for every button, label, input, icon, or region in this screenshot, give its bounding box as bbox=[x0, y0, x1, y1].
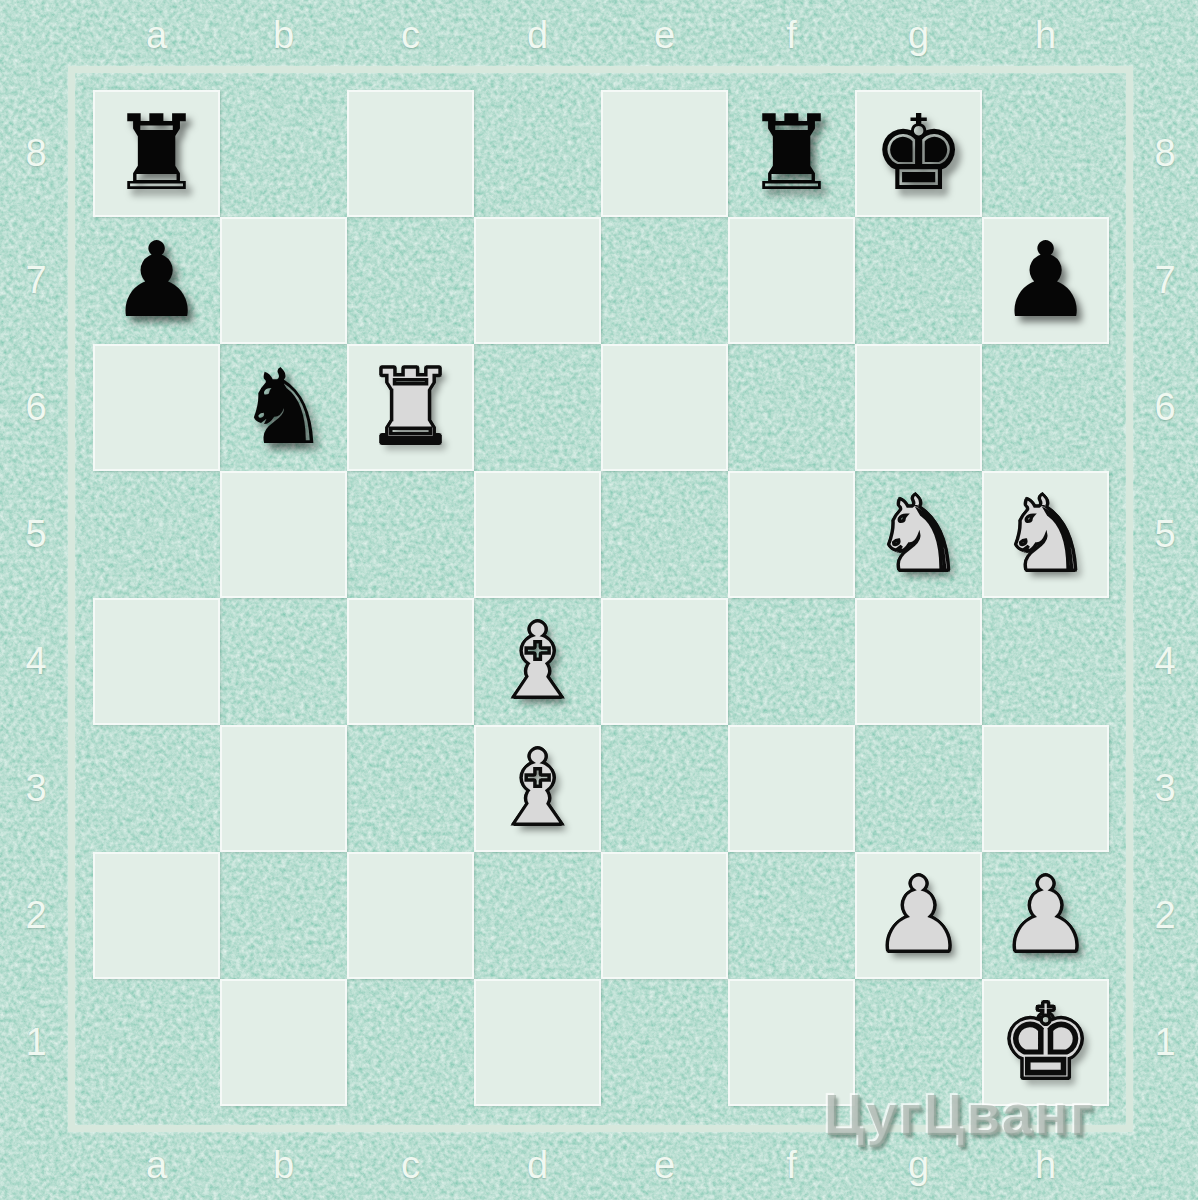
black-knight-piece: ♞ bbox=[237, 344, 330, 471]
coord-label-5: 5 bbox=[1133, 471, 1197, 598]
coord-label-6: 6 bbox=[1133, 344, 1197, 471]
white-knight-piece: ♞ bbox=[872, 471, 965, 598]
square-h4[interactable] bbox=[982, 598, 1109, 725]
square-a5[interactable] bbox=[93, 471, 220, 598]
coord-label-2: 2 bbox=[4, 852, 68, 979]
coord-label-3: 3 bbox=[4, 725, 68, 852]
square-h2[interactable]: ♟ bbox=[982, 852, 1109, 979]
board: ♜♜♚♟♟♞♜♞♞♝♝♟♟♚ bbox=[93, 90, 1109, 1106]
square-c1[interactable] bbox=[347, 979, 474, 1106]
square-e7[interactable] bbox=[601, 217, 728, 344]
coord-label-c: c bbox=[347, 1132, 474, 1198]
coord-label-5: 5 bbox=[4, 471, 68, 598]
square-g8[interactable]: ♚ bbox=[855, 90, 982, 217]
rank-labels-right: 87654321 bbox=[1133, 90, 1197, 1106]
coord-label-4: 4 bbox=[4, 598, 68, 725]
square-a2[interactable] bbox=[93, 852, 220, 979]
black-pawn-piece: ♟ bbox=[999, 217, 1092, 344]
square-b4[interactable] bbox=[220, 598, 347, 725]
square-c4[interactable] bbox=[347, 598, 474, 725]
square-f8[interactable]: ♜ bbox=[728, 90, 855, 217]
coord-label-c: c bbox=[347, 2, 474, 68]
black-rook-piece: ♜ bbox=[745, 90, 838, 217]
square-e8[interactable] bbox=[601, 90, 728, 217]
square-a8[interactable]: ♜ bbox=[93, 90, 220, 217]
chess-diagram: abcdefgh abcdefgh 87654321 87654321 ♜♜♚♟… bbox=[0, 0, 1198, 1200]
black-pawn-piece: ♟ bbox=[110, 217, 203, 344]
coord-label-6: 6 bbox=[4, 344, 68, 471]
square-c6[interactable]: ♜ bbox=[347, 344, 474, 471]
square-d5[interactable] bbox=[474, 471, 601, 598]
square-b3[interactable] bbox=[220, 725, 347, 852]
square-f4[interactable] bbox=[728, 598, 855, 725]
square-h5[interactable]: ♞ bbox=[982, 471, 1109, 598]
file-labels-top: abcdefgh bbox=[93, 2, 1109, 68]
square-h8[interactable] bbox=[982, 90, 1109, 217]
coord-label-d: d bbox=[474, 2, 601, 68]
square-e5[interactable] bbox=[601, 471, 728, 598]
square-c5[interactable] bbox=[347, 471, 474, 598]
square-a1[interactable] bbox=[93, 979, 220, 1106]
black-king-piece: ♚ bbox=[872, 90, 965, 217]
coord-label-a: a bbox=[93, 2, 220, 68]
white-rook-piece: ♜ bbox=[364, 344, 457, 471]
square-b1[interactable] bbox=[220, 979, 347, 1106]
coord-label-2: 2 bbox=[1133, 852, 1197, 979]
coord-label-a: a bbox=[93, 1132, 220, 1198]
rank-labels-left: 87654321 bbox=[4, 90, 68, 1106]
coord-label-e: e bbox=[601, 2, 728, 68]
coord-label-b: b bbox=[220, 1132, 347, 1198]
square-b8[interactable] bbox=[220, 90, 347, 217]
coord-label-4: 4 bbox=[1133, 598, 1197, 725]
square-e3[interactable] bbox=[601, 725, 728, 852]
coord-label-8: 8 bbox=[4, 90, 68, 217]
square-c3[interactable] bbox=[347, 725, 474, 852]
white-pawn-piece: ♟ bbox=[999, 852, 1092, 979]
coord-label-7: 7 bbox=[4, 217, 68, 344]
square-h7[interactable]: ♟ bbox=[982, 217, 1109, 344]
square-f2[interactable] bbox=[728, 852, 855, 979]
square-e4[interactable] bbox=[601, 598, 728, 725]
square-d4[interactable]: ♝ bbox=[474, 598, 601, 725]
square-e2[interactable] bbox=[601, 852, 728, 979]
square-g6[interactable] bbox=[855, 344, 982, 471]
square-f7[interactable] bbox=[728, 217, 855, 344]
square-g4[interactable] bbox=[855, 598, 982, 725]
coord-label-e: e bbox=[601, 1132, 728, 1198]
coord-label-f: f bbox=[728, 2, 855, 68]
coord-label-b: b bbox=[220, 2, 347, 68]
coord-label-1: 1 bbox=[4, 979, 68, 1106]
square-g3[interactable] bbox=[855, 725, 982, 852]
coord-label-8: 8 bbox=[1133, 90, 1197, 217]
square-f3[interactable] bbox=[728, 725, 855, 852]
square-f5[interactable] bbox=[728, 471, 855, 598]
square-d3[interactable]: ♝ bbox=[474, 725, 601, 852]
square-a3[interactable] bbox=[93, 725, 220, 852]
square-c2[interactable] bbox=[347, 852, 474, 979]
square-g2[interactable]: ♟ bbox=[855, 852, 982, 979]
square-d2[interactable] bbox=[474, 852, 601, 979]
coord-label-3: 3 bbox=[1133, 725, 1197, 852]
square-d6[interactable] bbox=[474, 344, 601, 471]
square-h3[interactable] bbox=[982, 725, 1109, 852]
white-pawn-piece: ♟ bbox=[872, 852, 965, 979]
coord-label-1: 1 bbox=[1133, 979, 1197, 1106]
square-a4[interactable] bbox=[93, 598, 220, 725]
square-d7[interactable] bbox=[474, 217, 601, 344]
square-b2[interactable] bbox=[220, 852, 347, 979]
coord-label-h: h bbox=[982, 2, 1109, 68]
white-bishop-piece: ♝ bbox=[491, 598, 584, 725]
watermark: ЦугЦванг bbox=[824, 1082, 1095, 1148]
square-d1[interactable] bbox=[474, 979, 601, 1106]
coord-label-7: 7 bbox=[1133, 217, 1197, 344]
square-a6[interactable] bbox=[93, 344, 220, 471]
square-b5[interactable] bbox=[220, 471, 347, 598]
square-b6[interactable]: ♞ bbox=[220, 344, 347, 471]
square-a7[interactable]: ♟ bbox=[93, 217, 220, 344]
white-knight-piece: ♞ bbox=[999, 471, 1092, 598]
coord-label-d: d bbox=[474, 1132, 601, 1198]
square-b7[interactable] bbox=[220, 217, 347, 344]
black-rook-piece: ♜ bbox=[110, 90, 203, 217]
square-f6[interactable] bbox=[728, 344, 855, 471]
square-d8[interactable] bbox=[474, 90, 601, 217]
square-e1[interactable] bbox=[601, 979, 728, 1106]
square-h6[interactable] bbox=[982, 344, 1109, 471]
square-c7[interactable] bbox=[347, 217, 474, 344]
white-bishop-piece: ♝ bbox=[491, 725, 584, 852]
square-g7[interactable] bbox=[855, 217, 982, 344]
square-g5[interactable]: ♞ bbox=[855, 471, 982, 598]
square-c8[interactable] bbox=[347, 90, 474, 217]
square-e6[interactable] bbox=[601, 344, 728, 471]
coord-label-g: g bbox=[855, 2, 982, 68]
